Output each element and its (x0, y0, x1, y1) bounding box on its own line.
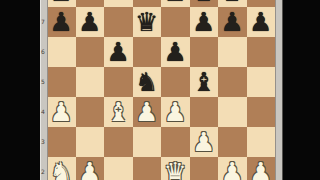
white-pawn-icon: ♟ (135, 97, 158, 127)
square-d6[interactable] (133, 37, 162, 67)
square-g8[interactable]: ♚ (218, 0, 247, 7)
white-bishop-icon: ♝ (107, 97, 130, 127)
square-c4[interactable]: ♝ (104, 97, 133, 127)
square-a4[interactable]: ♟ (47, 97, 76, 127)
square-f5[interactable]: ♝ (190, 67, 219, 97)
white-pawn-icon: ♟ (249, 157, 272, 180)
square-d8[interactable] (133, 0, 162, 7)
black-pawn-icon: ♟ (221, 7, 244, 37)
square-e8[interactable]: ♜ (161, 0, 190, 7)
white-queen-icon: ♛ (164, 157, 187, 180)
square-h5[interactable] (247, 67, 276, 97)
square-f6[interactable] (190, 37, 219, 67)
black-pawn-icon: ♟ (249, 7, 272, 37)
square-h4[interactable] (247, 97, 276, 127)
square-d2[interactable] (133, 157, 162, 180)
square-h3[interactable] (247, 127, 276, 157)
black-pawn-icon: ♟ (164, 37, 187, 67)
chess-thumbnail: 765432 ♜♜♝♚♟♟♛♟♟♟♟♟♞♝♟♝♟♟♟♞♟♛♟♟ (0, 0, 320, 180)
board-border-right (275, 0, 283, 180)
square-b2[interactable]: ♟ (76, 157, 105, 180)
square-d7[interactable]: ♛ (133, 7, 162, 37)
black-bishop-icon: ♝ (192, 67, 215, 97)
square-c3[interactable] (104, 127, 133, 157)
square-g4[interactable] (218, 97, 247, 127)
square-h8[interactable] (247, 0, 276, 7)
black-pawn-icon: ♟ (192, 7, 215, 37)
square-a8[interactable]: ♜ (47, 0, 76, 7)
square-f3[interactable]: ♟ (190, 127, 219, 157)
black-bishop-icon: ♝ (192, 0, 215, 7)
left-letterbox (0, 0, 40, 180)
square-g7[interactable]: ♟ (218, 7, 247, 37)
white-pawn-icon: ♟ (221, 157, 244, 180)
square-e7[interactable] (161, 7, 190, 37)
black-pawn-icon: ♟ (50, 7, 73, 37)
square-c2[interactable] (104, 157, 133, 180)
square-c6[interactable]: ♟ (104, 37, 133, 67)
square-a5[interactable] (47, 67, 76, 97)
square-b3[interactable] (76, 127, 105, 157)
rank-label-6: 6 (40, 48, 46, 56)
square-c5[interactable] (104, 67, 133, 97)
square-e2[interactable]: ♛ (161, 157, 190, 180)
square-a6[interactable] (47, 37, 76, 67)
right-letterbox (281, 0, 320, 180)
board-border-left (40, 0, 48, 180)
square-h7[interactable]: ♟ (247, 7, 276, 37)
black-rook-icon: ♜ (50, 0, 73, 7)
black-pawn-icon: ♟ (78, 7, 101, 37)
square-g2[interactable]: ♟ (218, 157, 247, 180)
square-b4[interactable] (76, 97, 105, 127)
square-d4[interactable]: ♟ (133, 97, 162, 127)
square-g6[interactable] (218, 37, 247, 67)
square-d5[interactable]: ♞ (133, 67, 162, 97)
rank-label-4: 4 (40, 108, 46, 116)
chess-board: ♜♜♝♚♟♟♛♟♟♟♟♟♞♝♟♝♟♟♟♞♟♛♟♟ (47, 0, 275, 180)
square-e3[interactable] (161, 127, 190, 157)
chess-board-frame: 765432 ♜♜♝♚♟♟♛♟♟♟♟♟♞♝♟♝♟♟♟♞♟♛♟♟ (40, 0, 281, 180)
black-rook-icon: ♜ (164, 0, 187, 7)
rank-label-2: 2 (40, 168, 46, 176)
square-d3[interactable] (133, 127, 162, 157)
square-e4[interactable]: ♟ (161, 97, 190, 127)
white-knight-icon: ♞ (50, 157, 73, 180)
square-g5[interactable] (218, 67, 247, 97)
square-b8[interactable] (76, 0, 105, 7)
square-h6[interactable] (247, 37, 276, 67)
white-pawn-icon: ♟ (164, 97, 187, 127)
black-queen-icon: ♛ (135, 7, 158, 37)
black-knight-icon: ♞ (135, 67, 158, 97)
square-c8[interactable] (104, 0, 133, 7)
black-pawn-icon: ♟ (107, 37, 130, 67)
square-e5[interactable] (161, 67, 190, 97)
square-a3[interactable] (47, 127, 76, 157)
square-f8[interactable]: ♝ (190, 0, 219, 7)
white-pawn-icon: ♟ (50, 97, 73, 127)
square-b7[interactable]: ♟ (76, 7, 105, 37)
square-b6[interactable] (76, 37, 105, 67)
white-pawn-icon: ♟ (192, 127, 215, 157)
black-king-icon: ♚ (221, 0, 244, 7)
square-h2[interactable]: ♟ (247, 157, 276, 180)
rank-label-3: 3 (40, 138, 46, 146)
square-g3[interactable] (218, 127, 247, 157)
square-a2[interactable]: ♞ (47, 157, 76, 180)
square-f2[interactable] (190, 157, 219, 180)
square-e6[interactable]: ♟ (161, 37, 190, 67)
square-c7[interactable] (104, 7, 133, 37)
white-pawn-icon: ♟ (78, 157, 101, 180)
square-b5[interactable] (76, 67, 105, 97)
rank-label-5: 5 (40, 78, 46, 86)
square-f4[interactable] (190, 97, 219, 127)
square-a7[interactable]: ♟ (47, 7, 76, 37)
square-f7[interactable]: ♟ (190, 7, 219, 37)
rank-label-7: 7 (40, 18, 46, 26)
